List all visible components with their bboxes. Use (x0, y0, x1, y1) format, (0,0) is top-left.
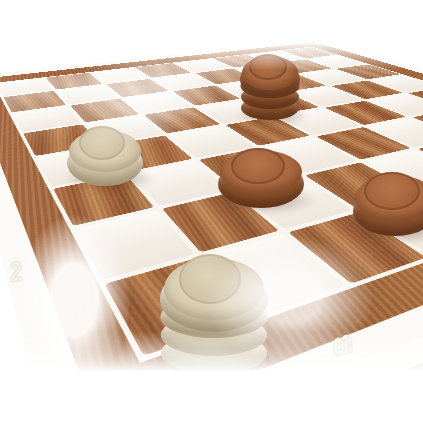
board-photo: 2 B (0, 0, 423, 423)
piece-white-single-a3 (66, 124, 144, 190)
piece-brown-single-c3 (217, 146, 305, 210)
piece-white-stack-a1 (160, 250, 268, 376)
piece-brown-single-e3 (352, 170, 423, 238)
rank-label-2: 2 (9, 256, 22, 289)
piece-brown-stack-d4 (239, 54, 301, 124)
